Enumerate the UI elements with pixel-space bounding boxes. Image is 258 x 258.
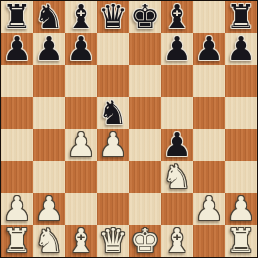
black-king-e8[interactable]: ♚ [130, 1, 160, 33]
square-a5[interactable] [1, 97, 33, 129]
square-f7[interactable]: ♟ [161, 33, 193, 65]
square-h6[interactable] [225, 65, 257, 97]
square-d1[interactable]: ♛ [97, 225, 129, 257]
black-pawn-g7[interactable]: ♟ [194, 33, 224, 65]
black-pawn-a7[interactable]: ♟ [2, 33, 32, 65]
white-rook-a1[interactable]: ♜ [2, 225, 32, 257]
black-queen-d8[interactable]: ♛ [98, 1, 128, 33]
square-e7[interactable] [129, 33, 161, 65]
chess-board: ♜♞♝♛♚♝♜♟♟♟♟♟♟♞♟♟♟♞♟♟♟♟♜♞♝♛♚♝♜ [0, 0, 258, 258]
square-b7[interactable]: ♟ [33, 33, 65, 65]
square-a7[interactable]: ♟ [1, 33, 33, 65]
square-f6[interactable] [161, 65, 193, 97]
square-b5[interactable] [33, 97, 65, 129]
white-knight-f3[interactable]: ♞ [162, 161, 192, 193]
square-e8[interactable]: ♚ [129, 1, 161, 33]
square-d4[interactable]: ♟ [97, 129, 129, 161]
white-bishop-c1[interactable]: ♝ [66, 225, 96, 257]
square-f3[interactable]: ♞ [161, 161, 193, 193]
white-bishop-f1[interactable]: ♝ [162, 225, 192, 257]
square-g2[interactable]: ♟ [193, 193, 225, 225]
square-a1[interactable]: ♜ [1, 225, 33, 257]
black-pawn-b7[interactable]: ♟ [34, 33, 64, 65]
square-g5[interactable] [193, 97, 225, 129]
white-queen-d1[interactable]: ♛ [98, 225, 128, 257]
square-e4[interactable] [129, 129, 161, 161]
square-e3[interactable] [129, 161, 161, 193]
square-f1[interactable]: ♝ [161, 225, 193, 257]
square-c1[interactable]: ♝ [65, 225, 97, 257]
square-c7[interactable]: ♟ [65, 33, 97, 65]
square-b4[interactable] [33, 129, 65, 161]
square-g1[interactable] [193, 225, 225, 257]
white-knight-b1[interactable]: ♞ [34, 225, 64, 257]
black-pawn-h7[interactable]: ♟ [226, 33, 256, 65]
square-g6[interactable] [193, 65, 225, 97]
square-d8[interactable]: ♛ [97, 1, 129, 33]
board-grid: ♜♞♝♛♚♝♜♟♟♟♟♟♟♞♟♟♟♞♟♟♟♟♜♞♝♛♚♝♜ [1, 1, 257, 257]
square-d7[interactable] [97, 33, 129, 65]
square-h4[interactable] [225, 129, 257, 161]
black-pawn-c7[interactable]: ♟ [66, 33, 96, 65]
square-d3[interactable] [97, 161, 129, 193]
square-g7[interactable]: ♟ [193, 33, 225, 65]
square-h1[interactable]: ♜ [225, 225, 257, 257]
square-e5[interactable] [129, 97, 161, 129]
square-e1[interactable]: ♚ [129, 225, 161, 257]
white-pawn-g2[interactable]: ♟ [194, 193, 224, 225]
white-king-e1[interactable]: ♚ [130, 225, 160, 257]
white-rook-h1[interactable]: ♜ [226, 225, 256, 257]
square-c4[interactable]: ♟ [65, 129, 97, 161]
square-e6[interactable] [129, 65, 161, 97]
square-a4[interactable] [1, 129, 33, 161]
black-pawn-f7[interactable]: ♟ [162, 33, 192, 65]
square-b1[interactable]: ♞ [33, 225, 65, 257]
square-h5[interactable] [225, 97, 257, 129]
square-c6[interactable] [65, 65, 97, 97]
white-pawn-d4[interactable]: ♟ [98, 129, 128, 161]
square-a6[interactable] [1, 65, 33, 97]
white-pawn-c4[interactable]: ♟ [66, 129, 96, 161]
square-b6[interactable] [33, 65, 65, 97]
square-h7[interactable]: ♟ [225, 33, 257, 65]
square-g4[interactable] [193, 129, 225, 161]
square-c3[interactable] [65, 161, 97, 193]
